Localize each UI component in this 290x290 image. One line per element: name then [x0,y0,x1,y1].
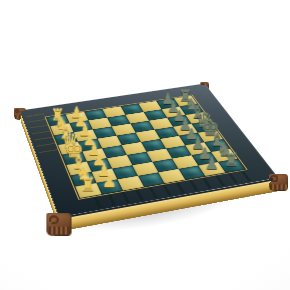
ionic-scroll-icon [46,213,71,236]
white-rook-h1: ♜ [80,176,96,194]
ionic-scroll-icon [269,174,288,191]
square-c4 [112,124,136,136]
chess-board: ♜♞♝♛♚♝♞♜♟♟♟♟♟♟♟♟♟♟♟♟♟♟♟♟♜♞♝♛♚♝♞♜ [20,83,278,217]
black-rook-h8: ♜ [224,152,239,169]
black-pawn-h7: ♟ [205,157,219,173]
white-pawn-h2: ♟ [102,174,117,190]
chess-set-photo: ♜♞♝♛♚♝♞♜♟♟♟♟♟♟♟♟♟♟♟♟♟♟♟♟♜♞♝♛♚♝♞♜ [0,0,290,290]
